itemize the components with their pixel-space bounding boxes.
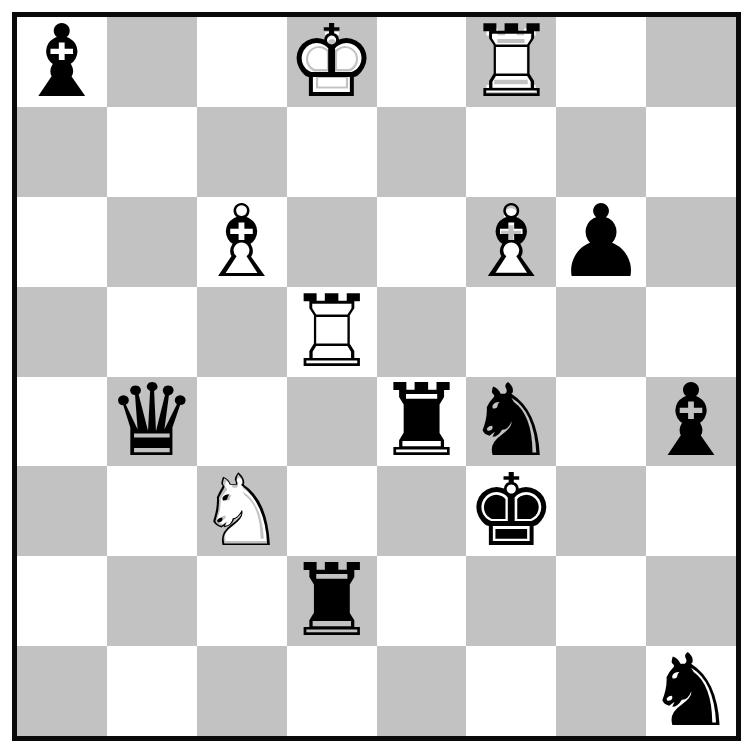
- square-g4[interactable]: [556, 377, 646, 467]
- square-g1[interactable]: [556, 646, 646, 736]
- square-b2[interactable]: [107, 556, 197, 646]
- square-f8[interactable]: ♜♖: [466, 17, 556, 107]
- square-d4[interactable]: [287, 377, 377, 467]
- black-bishop: ♝: [646, 377, 736, 467]
- square-b3[interactable]: [107, 466, 197, 556]
- square-a6[interactable]: [17, 197, 107, 287]
- piece-glyph: ♜: [377, 377, 467, 467]
- square-h1[interactable]: ♞: [646, 646, 736, 736]
- square-a1[interactable]: [17, 646, 107, 736]
- square-c6[interactable]: ♝♗: [197, 197, 287, 287]
- square-b8[interactable]: [107, 17, 197, 107]
- square-d5[interactable]: ♜♖: [287, 287, 377, 377]
- white-knight: ♞♘: [197, 466, 287, 556]
- square-a7[interactable]: [17, 107, 107, 197]
- square-c3[interactable]: ♞♘: [197, 466, 287, 556]
- white-rook: ♜♖: [466, 17, 556, 107]
- black-bishop: ♝: [17, 17, 107, 107]
- square-f6[interactable]: ♝♗: [466, 197, 556, 287]
- square-g3[interactable]: [556, 466, 646, 556]
- square-d8[interactable]: ♚♔: [287, 17, 377, 107]
- square-h4[interactable]: ♝: [646, 377, 736, 467]
- square-e3[interactable]: [377, 466, 467, 556]
- black-king: ♚: [466, 466, 556, 556]
- square-h6[interactable]: [646, 197, 736, 287]
- square-g8[interactable]: [556, 17, 646, 107]
- piece-glyph: ♛: [107, 377, 197, 467]
- piece-outline-layer: ♘: [197, 466, 287, 556]
- square-a4[interactable]: [17, 377, 107, 467]
- square-a8[interactable]: ♝: [17, 17, 107, 107]
- square-c1[interactable]: [197, 646, 287, 736]
- black-rook: ♜: [377, 377, 467, 467]
- square-e6[interactable]: [377, 197, 467, 287]
- square-f3[interactable]: ♚: [466, 466, 556, 556]
- black-pawn: ♟: [556, 197, 646, 287]
- piece-outline-layer: ♗: [466, 197, 556, 287]
- piece-outline-layer: ♖: [466, 17, 556, 107]
- square-b1[interactable]: [107, 646, 197, 736]
- piece-outline-layer: ♗: [197, 197, 287, 287]
- piece-glyph: ♜: [287, 556, 377, 646]
- black-knight: ♞: [646, 646, 736, 736]
- square-c8[interactable]: [197, 17, 287, 107]
- white-bishop: ♝♗: [466, 197, 556, 287]
- square-b7[interactable]: [107, 107, 197, 197]
- square-e4[interactable]: ♜: [377, 377, 467, 467]
- square-f1[interactable]: [466, 646, 556, 736]
- square-a3[interactable]: [17, 466, 107, 556]
- white-bishop: ♝♗: [197, 197, 287, 287]
- black-rook: ♜: [287, 556, 377, 646]
- square-e1[interactable]: [377, 646, 467, 736]
- white-rook: ♜♖: [287, 287, 377, 377]
- square-d2[interactable]: ♜: [287, 556, 377, 646]
- piece-glyph: ♝: [646, 377, 736, 467]
- square-g6[interactable]: ♟: [556, 197, 646, 287]
- square-h7[interactable]: [646, 107, 736, 197]
- square-d1[interactable]: [287, 646, 377, 736]
- square-g5[interactable]: [556, 287, 646, 377]
- square-h8[interactable]: [646, 17, 736, 107]
- piece-glyph: ♞: [646, 646, 736, 736]
- square-h3[interactable]: [646, 466, 736, 556]
- piece-outline-layer: ♖: [287, 287, 377, 377]
- square-c5[interactable]: [197, 287, 287, 377]
- square-e8[interactable]: [377, 17, 467, 107]
- square-e2[interactable]: [377, 556, 467, 646]
- white-king: ♚♔: [287, 17, 377, 107]
- piece-glyph: ♟: [556, 197, 646, 287]
- piece-outline-layer: ♔: [287, 17, 377, 107]
- square-c2[interactable]: [197, 556, 287, 646]
- board-frame: ♝♚♔♜♖♝♗♝♗♟♜♖♛♜♞♝♞♘♚♜♞: [12, 12, 741, 741]
- square-a5[interactable]: [17, 287, 107, 377]
- square-a2[interactable]: [17, 556, 107, 646]
- square-e7[interactable]: [377, 107, 467, 197]
- piece-glyph: ♚: [466, 466, 556, 556]
- chess-board: ♝♚♔♜♖♝♗♝♗♟♜♖♛♜♞♝♞♘♚♜♞: [17, 17, 736, 736]
- piece-glyph: ♝: [17, 17, 107, 107]
- black-queen: ♛: [107, 377, 197, 467]
- square-d7[interactable]: [287, 107, 377, 197]
- square-b4[interactable]: ♛: [107, 377, 197, 467]
- square-f2[interactable]: [466, 556, 556, 646]
- square-g2[interactable]: [556, 556, 646, 646]
- square-b6[interactable]: [107, 197, 197, 287]
